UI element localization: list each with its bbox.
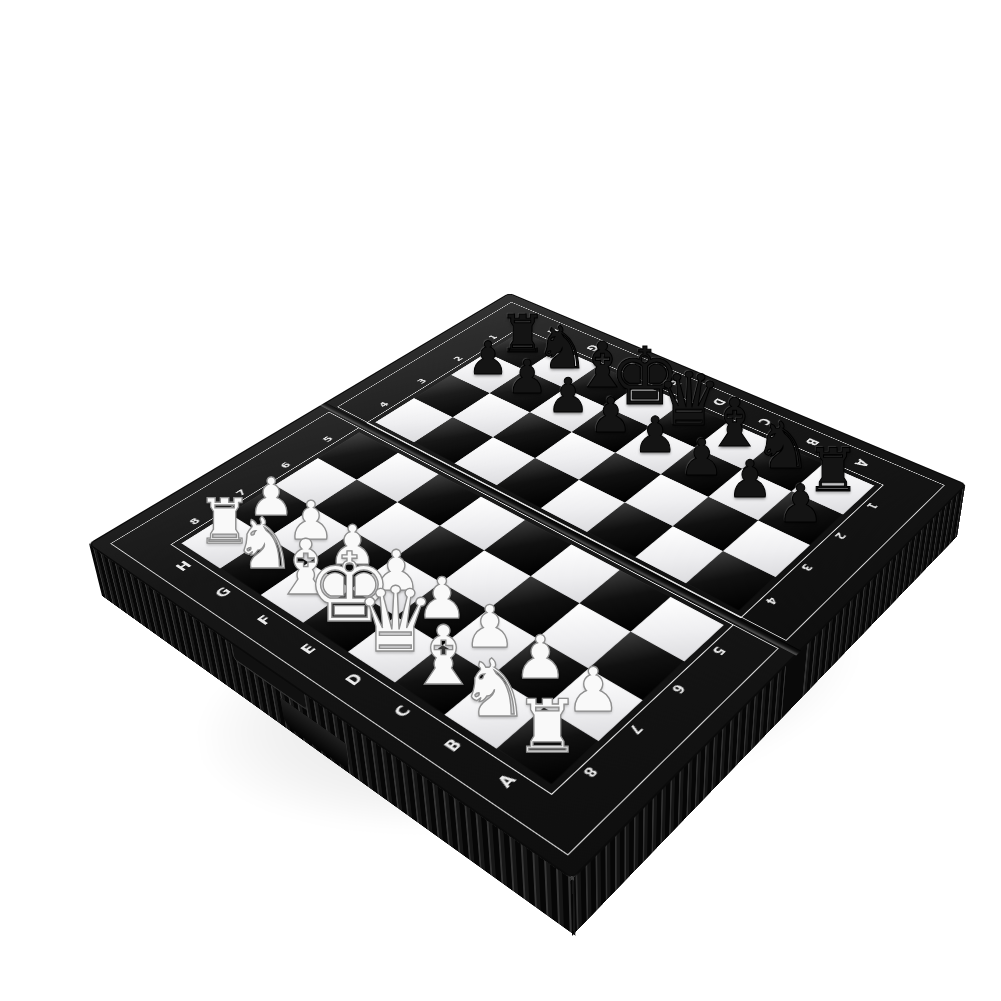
square-a5: [631, 597, 724, 662]
square-a7: [544, 668, 643, 741]
square-f8: [261, 562, 351, 622]
square-d6: [441, 550, 531, 609]
square-a3: [723, 520, 810, 577]
square-a4: [686, 551, 776, 611]
rank-label-8: 8: [551, 744, 630, 801]
square-c8: [395, 645, 492, 715]
square-b8: [444, 675, 543, 748]
square-c5: [531, 544, 620, 603]
file-label-b: B: [414, 716, 492, 777]
square-d8: [348, 616, 443, 682]
rank-label-5: 5: [682, 628, 756, 675]
square-b4: [635, 526, 723, 583]
product-photo-stage: HGFEDCBA 1234 1234 HGFEDCBA 5678 5678: [0, 0, 1001, 1001]
scene: HGFEDCBA 1234 1234 HGFEDCBA 5678 5678: [212, 193, 853, 834]
rank-label-7: 7: [598, 703, 675, 756]
square-c6: [488, 576, 580, 638]
square-b5: [579, 570, 670, 632]
square-a6: [588, 632, 684, 701]
square-e8: [303, 589, 396, 652]
square-e7: [351, 556, 441, 616]
file-label-g: G: [188, 569, 260, 617]
rank-label-4: 4: [736, 580, 808, 624]
file-label-h: H: [149, 544, 219, 590]
file-label-d: D: [317, 653, 392, 708]
rank-label-6: 6: [641, 664, 717, 714]
file-label-a: A: [467, 750, 546, 814]
rank-label-2: 2: [807, 517, 876, 556]
square-d5: [484, 520, 571, 576]
file-label-f: F: [228, 596, 301, 646]
square-d7: [396, 582, 488, 645]
square-a8: [496, 707, 598, 784]
file-label-e: E: [271, 624, 345, 676]
square-b6: [537, 603, 631, 668]
square-c7: [443, 610, 537, 676]
square-g8: [220, 537, 308, 595]
square-e6: [397, 526, 485, 583]
rank-label-3: 3: [772, 547, 842, 588]
file-label-c: C: [364, 683, 440, 741]
square-b7: [492, 638, 589, 707]
square-f7: [309, 532, 397, 589]
